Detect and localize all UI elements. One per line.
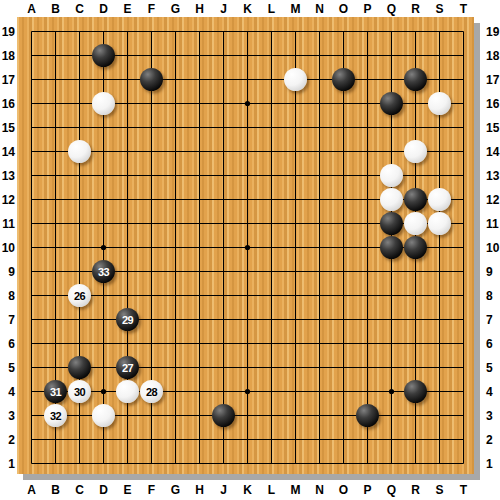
white-stone-S16[interactable] <box>428 92 451 115</box>
column-label-G: G <box>164 480 188 500</box>
white-stone-R11[interactable] <box>404 212 427 235</box>
go-board[interactable]: 3326292731302832 <box>17 17 474 474</box>
column-label-T: T <box>452 0 476 17</box>
row-label-14: 14 <box>486 140 500 164</box>
black-stone-C5[interactable] <box>68 356 91 379</box>
black-stone-Q11[interactable] <box>380 212 403 235</box>
row-label-2: 2 <box>0 428 15 452</box>
column-label-F: F <box>140 480 164 500</box>
row-label-3: 3 <box>0 404 15 428</box>
row-label-9: 9 <box>486 260 500 284</box>
column-label-B: B <box>44 480 68 500</box>
column-label-P: P <box>356 480 380 500</box>
row-label-6: 6 <box>0 332 15 356</box>
column-label-S: S <box>428 0 452 17</box>
move-number-label: 30 <box>74 386 85 398</box>
row-label-7: 7 <box>486 308 500 332</box>
white-stone-C14[interactable] <box>68 140 91 163</box>
row-label-1: 1 <box>486 452 500 476</box>
column-label-J: J <box>212 0 236 17</box>
white-stone-R14[interactable] <box>404 140 427 163</box>
column-label-B: B <box>44 0 68 17</box>
row-label-13: 13 <box>0 164 15 188</box>
row-label-12: 12 <box>486 188 500 212</box>
column-label-R: R <box>404 480 428 500</box>
go-app-window: ABCDEFGHJKLMNOPQRST ABCDEFGHJKLMNOPQRST … <box>0 0 500 500</box>
row-label-8: 8 <box>0 284 15 308</box>
row-label-2: 2 <box>486 428 500 452</box>
column-label-D: D <box>92 0 116 17</box>
column-label-O: O <box>332 480 356 500</box>
row-label-11: 11 <box>0 212 15 236</box>
black-stone-R10[interactable] <box>404 236 427 259</box>
row-label-16: 16 <box>0 92 15 116</box>
white-stone-C4[interactable]: 30 <box>68 380 91 403</box>
white-stone-C8[interactable]: 26 <box>68 284 91 307</box>
row-label-11: 11 <box>486 212 500 236</box>
column-labels-bottom: ABCDEFGHJKLMNOPQRST <box>20 480 476 500</box>
column-label-G: G <box>164 0 188 17</box>
black-stone-R12[interactable] <box>404 188 427 211</box>
row-label-4: 4 <box>0 380 15 404</box>
row-label-18: 18 <box>486 44 500 68</box>
row-label-5: 5 <box>0 356 15 380</box>
black-stone-J3[interactable] <box>212 404 235 427</box>
row-label-14: 14 <box>0 140 15 164</box>
black-stone-Q10[interactable] <box>380 236 403 259</box>
black-stone-O17[interactable] <box>332 68 355 91</box>
column-label-E: E <box>116 0 140 17</box>
column-label-N: N <box>308 0 332 17</box>
row-label-12: 12 <box>0 188 15 212</box>
row-label-10: 10 <box>0 236 15 260</box>
column-label-Q: Q <box>380 0 404 17</box>
row-label-16: 16 <box>486 92 500 116</box>
column-label-Q: Q <box>380 480 404 500</box>
black-stone-R17[interactable] <box>404 68 427 91</box>
column-label-A: A <box>20 0 44 17</box>
white-stone-B3[interactable]: 32 <box>44 404 67 427</box>
row-label-17: 17 <box>486 68 500 92</box>
move-number-label: 32 <box>50 410 61 422</box>
column-label-O: O <box>332 0 356 17</box>
row-label-13: 13 <box>486 164 500 188</box>
column-label-R: R <box>404 0 428 17</box>
white-stone-Q13[interactable] <box>380 164 403 187</box>
row-label-3: 3 <box>486 404 500 428</box>
column-label-J: J <box>212 480 236 500</box>
row-labels-left: 19181716151413121110987654321 <box>0 20 15 476</box>
move-number-label: 27 <box>122 362 133 374</box>
column-label-K: K <box>236 480 260 500</box>
row-label-5: 5 <box>486 356 500 380</box>
column-label-S: S <box>428 480 452 500</box>
row-label-10: 10 <box>486 236 500 260</box>
white-stone-D3[interactable] <box>92 404 115 427</box>
column-label-M: M <box>284 0 308 17</box>
black-stone-R4[interactable] <box>404 380 427 403</box>
black-stone-B4[interactable]: 31 <box>44 380 67 403</box>
row-label-19: 19 <box>0 20 15 44</box>
row-label-17: 17 <box>0 68 15 92</box>
column-label-K: K <box>236 0 260 17</box>
move-number-label: 28 <box>146 386 157 398</box>
row-label-19: 19 <box>486 20 500 44</box>
black-stone-F17[interactable] <box>140 68 163 91</box>
column-label-H: H <box>188 0 212 17</box>
row-labels-right: 19181716151413121110987654321 <box>486 20 500 476</box>
black-stone-E5[interactable]: 27 <box>116 356 139 379</box>
move-number-label: 29 <box>122 314 133 326</box>
black-stone-D18[interactable] <box>92 44 115 67</box>
column-label-T: T <box>452 480 476 500</box>
column-label-N: N <box>308 480 332 500</box>
white-stone-Q12[interactable] <box>380 188 403 211</box>
row-label-7: 7 <box>0 308 15 332</box>
column-label-L: L <box>260 480 284 500</box>
column-label-P: P <box>356 0 380 17</box>
white-stone-S12[interactable] <box>428 188 451 211</box>
row-label-18: 18 <box>0 44 15 68</box>
column-label-C: C <box>68 0 92 17</box>
black-stone-E7[interactable]: 29 <box>116 308 139 331</box>
column-label-E: E <box>116 480 140 500</box>
move-number-label: 33 <box>98 266 109 278</box>
row-label-9: 9 <box>0 260 15 284</box>
row-label-6: 6 <box>486 332 500 356</box>
row-label-8: 8 <box>486 284 500 308</box>
white-stone-M17[interactable] <box>284 68 307 91</box>
white-stone-D16[interactable] <box>92 92 115 115</box>
stone-grid[interactable]: 3326292731302832 <box>20 20 476 476</box>
move-number-label: 31 <box>50 386 61 398</box>
white-stone-F4[interactable]: 28 <box>140 380 163 403</box>
column-label-F: F <box>140 0 164 17</box>
row-label-4: 4 <box>486 380 500 404</box>
column-labels-top: ABCDEFGHJKLMNOPQRST <box>20 0 476 17</box>
white-stone-S11[interactable] <box>428 212 451 235</box>
black-stone-P3[interactable] <box>356 404 379 427</box>
row-label-1: 1 <box>0 452 15 476</box>
column-label-H: H <box>188 480 212 500</box>
black-stone-D9[interactable]: 33 <box>92 260 115 283</box>
white-stone-E4[interactable] <box>116 380 139 403</box>
column-label-A: A <box>20 480 44 500</box>
black-stone-Q16[interactable] <box>380 92 403 115</box>
column-label-C: C <box>68 480 92 500</box>
column-label-D: D <box>92 480 116 500</box>
move-number-label: 26 <box>74 290 85 302</box>
column-label-L: L <box>260 0 284 17</box>
column-label-M: M <box>284 480 308 500</box>
row-label-15: 15 <box>486 116 500 140</box>
row-label-15: 15 <box>0 116 15 140</box>
